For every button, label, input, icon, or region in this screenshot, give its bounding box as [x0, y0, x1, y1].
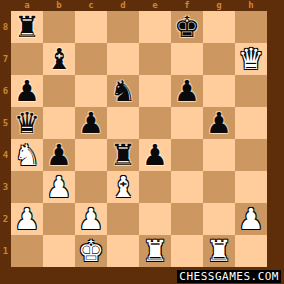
- white-bishop: ♝: [107, 171, 139, 203]
- square-b4[interactable]: ♟: [43, 139, 75, 171]
- rank-label-6: 6: [0, 75, 11, 107]
- rank-label-3: 3: [0, 171, 11, 203]
- square-h7[interactable]: ♛: [235, 43, 267, 75]
- square-c7[interactable]: [75, 43, 107, 75]
- square-g1[interactable]: ♜: [203, 235, 235, 267]
- black-pawn: ♟: [11, 75, 43, 107]
- square-g4[interactable]: [203, 139, 235, 171]
- square-e1[interactable]: ♜: [139, 235, 171, 267]
- rank-labels: 8 7 6 5 4 3 2 1: [0, 11, 11, 267]
- square-f4[interactable]: [171, 139, 203, 171]
- white-king: ♚: [75, 235, 107, 267]
- square-a6[interactable]: ♟: [11, 75, 43, 107]
- rank-label-1: 1: [0, 235, 11, 267]
- square-h2[interactable]: ♟: [235, 203, 267, 235]
- square-c4[interactable]: [75, 139, 107, 171]
- black-pawn: ♟: [43, 139, 75, 171]
- rank-label-2: 2: [0, 203, 11, 235]
- square-e3[interactable]: [139, 171, 171, 203]
- square-h5[interactable]: [235, 107, 267, 139]
- square-b1[interactable]: [43, 235, 75, 267]
- square-c3[interactable]: [75, 171, 107, 203]
- black-knight: ♞: [107, 75, 139, 107]
- square-f2[interactable]: [171, 203, 203, 235]
- square-h1[interactable]: [235, 235, 267, 267]
- file-label-d: d: [107, 0, 139, 11]
- chess-board: ♜♚♝♛♟♞♟♛♟♟♞♟♜♟♟♝♟♟♟♚♜♜: [11, 11, 267, 267]
- square-c1[interactable]: ♚: [75, 235, 107, 267]
- square-c6[interactable]: [75, 75, 107, 107]
- square-d8[interactable]: [107, 11, 139, 43]
- square-e4[interactable]: ♟: [139, 139, 171, 171]
- white-queen: ♛: [235, 43, 267, 75]
- file-label-b: b: [43, 0, 75, 11]
- square-a2[interactable]: ♟: [11, 203, 43, 235]
- square-c5[interactable]: ♟: [75, 107, 107, 139]
- square-e7[interactable]: [139, 43, 171, 75]
- square-d5[interactable]: [107, 107, 139, 139]
- square-d7[interactable]: [107, 43, 139, 75]
- square-b3[interactable]: ♟: [43, 171, 75, 203]
- square-h6[interactable]: [235, 75, 267, 107]
- square-d6[interactable]: ♞: [107, 75, 139, 107]
- square-f8[interactable]: ♚: [171, 11, 203, 43]
- black-rook: ♜: [107, 139, 139, 171]
- white-pawn: ♟: [235, 203, 267, 235]
- square-f5[interactable]: [171, 107, 203, 139]
- square-g3[interactable]: [203, 171, 235, 203]
- file-label-e: e: [139, 0, 171, 11]
- file-label-g: g: [203, 0, 235, 11]
- square-e6[interactable]: [139, 75, 171, 107]
- white-pawn: ♟: [75, 203, 107, 235]
- square-a5[interactable]: ♛: [11, 107, 43, 139]
- white-rook: ♜: [139, 235, 171, 267]
- square-b2[interactable]: [43, 203, 75, 235]
- square-a4[interactable]: ♞: [11, 139, 43, 171]
- diagram-frame: a b c d e f g h 8 7 6 5 4 3 2 1 ♜♚♝♛♟♞♟♛…: [0, 0, 284, 284]
- square-d2[interactable]: [107, 203, 139, 235]
- square-h8[interactable]: [235, 11, 267, 43]
- rank-label-5: 5: [0, 107, 11, 139]
- rank-label-7: 7: [0, 43, 11, 75]
- square-e5[interactable]: [139, 107, 171, 139]
- square-b7[interactable]: ♝: [43, 43, 75, 75]
- square-a1[interactable]: [11, 235, 43, 267]
- square-b5[interactable]: [43, 107, 75, 139]
- black-pawn: ♟: [203, 107, 235, 139]
- square-e2[interactable]: [139, 203, 171, 235]
- square-e8[interactable]: [139, 11, 171, 43]
- file-labels: a b c d e f g h: [11, 0, 267, 11]
- white-rook: ♜: [203, 235, 235, 267]
- white-pawn: ♟: [43, 171, 75, 203]
- watermark-chessgames[interactable]: CHESSGAMES.COM: [177, 270, 281, 283]
- black-pawn: ♟: [75, 107, 107, 139]
- square-c8[interactable]: [75, 11, 107, 43]
- square-g7[interactable]: [203, 43, 235, 75]
- square-g8[interactable]: [203, 11, 235, 43]
- square-f1[interactable]: [171, 235, 203, 267]
- file-label-h: h: [235, 0, 267, 11]
- black-rook: ♜: [11, 11, 43, 43]
- square-b8[interactable]: [43, 11, 75, 43]
- square-f3[interactable]: [171, 171, 203, 203]
- square-d1[interactable]: [107, 235, 139, 267]
- square-d3[interactable]: ♝: [107, 171, 139, 203]
- square-h3[interactable]: [235, 171, 267, 203]
- white-knight: ♞: [11, 139, 43, 171]
- rank-label-8: 8: [0, 11, 11, 43]
- black-king: ♚: [171, 11, 203, 43]
- file-label-c: c: [75, 0, 107, 11]
- square-g6[interactable]: [203, 75, 235, 107]
- black-pawn: ♟: [171, 75, 203, 107]
- square-h4[interactable]: [235, 139, 267, 171]
- black-bishop: ♝: [43, 43, 75, 75]
- square-d4[interactable]: ♜: [107, 139, 139, 171]
- white-pawn: ♟: [11, 203, 43, 235]
- square-f7[interactable]: [171, 43, 203, 75]
- square-a3[interactable]: [11, 171, 43, 203]
- black-pawn: ♟: [139, 139, 171, 171]
- square-a8[interactable]: ♜: [11, 11, 43, 43]
- rank-label-4: 4: [0, 139, 11, 171]
- black-queen: ♛: [11, 107, 43, 139]
- square-c2[interactable]: ♟: [75, 203, 107, 235]
- square-a7[interactable]: [11, 43, 43, 75]
- square-b6[interactable]: [43, 75, 75, 107]
- square-g2[interactable]: [203, 203, 235, 235]
- square-f6[interactable]: ♟: [171, 75, 203, 107]
- square-g5[interactable]: ♟: [203, 107, 235, 139]
